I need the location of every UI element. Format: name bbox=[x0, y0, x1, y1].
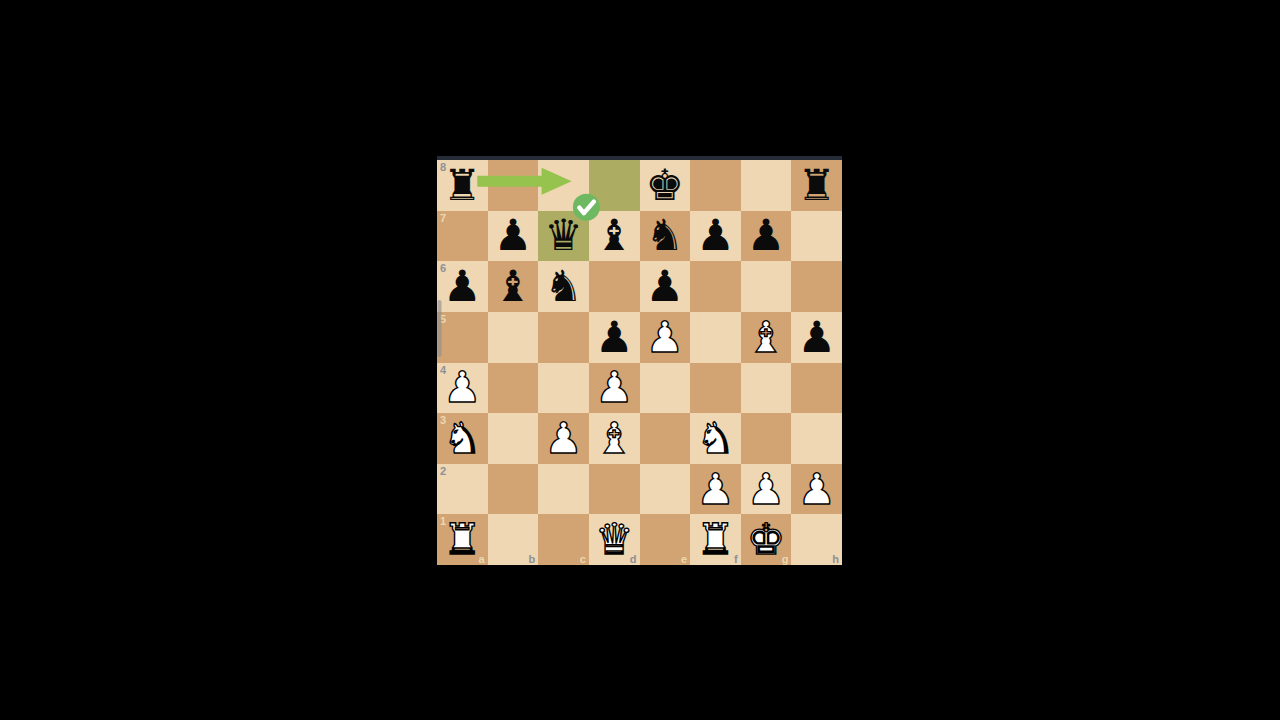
piece-black-pawn[interactable]: ♟ bbox=[488, 211, 539, 262]
square-c6[interactable]: ♞ bbox=[538, 261, 589, 312]
square-e1[interactable]: e bbox=[640, 514, 691, 565]
piece-white-bishop[interactable]: ♝ bbox=[741, 312, 792, 363]
piece-white-pawn[interactable]: ♟ bbox=[589, 363, 640, 414]
square-b4[interactable] bbox=[488, 363, 539, 414]
square-f2[interactable]: ♟ bbox=[690, 464, 741, 515]
piece-white-pawn[interactable]: ♟ bbox=[690, 464, 741, 515]
piece-black-pawn[interactable]: ♟ bbox=[791, 312, 842, 363]
piece-black-knight[interactable]: ♞ bbox=[538, 261, 589, 312]
square-f6[interactable] bbox=[690, 261, 741, 312]
square-b8[interactable] bbox=[488, 160, 539, 211]
square-a4[interactable]: 4♟ bbox=[437, 363, 488, 414]
square-d4[interactable]: ♟ bbox=[589, 363, 640, 414]
file-label-c: c bbox=[580, 553, 586, 565]
piece-black-rook[interactable]: ♜ bbox=[791, 160, 842, 211]
file-label-b: b bbox=[529, 553, 536, 565]
square-c8[interactable] bbox=[538, 160, 589, 211]
square-f5[interactable] bbox=[690, 312, 741, 363]
piece-white-king[interactable]: ♚ bbox=[741, 514, 792, 565]
piece-white-pawn[interactable]: ♟ bbox=[741, 464, 792, 515]
square-a6[interactable]: 6♟ bbox=[437, 261, 488, 312]
square-h7[interactable] bbox=[791, 211, 842, 262]
square-a3[interactable]: 3♞ bbox=[437, 413, 488, 464]
square-g3[interactable] bbox=[741, 413, 792, 464]
piece-white-pawn[interactable]: ♟ bbox=[538, 413, 589, 464]
square-h4[interactable] bbox=[791, 363, 842, 414]
square-c2[interactable] bbox=[538, 464, 589, 515]
piece-white-pawn[interactable]: ♟ bbox=[437, 363, 488, 414]
square-e4[interactable] bbox=[640, 363, 691, 414]
square-h6[interactable] bbox=[791, 261, 842, 312]
square-e2[interactable] bbox=[640, 464, 691, 515]
square-b6[interactable]: ♝ bbox=[488, 261, 539, 312]
square-h8[interactable]: ♜ bbox=[791, 160, 842, 211]
square-d7[interactable]: ♝ bbox=[589, 211, 640, 262]
square-b7[interactable]: ♟ bbox=[488, 211, 539, 262]
piece-white-pawn[interactable]: ♟ bbox=[640, 312, 691, 363]
piece-white-pawn[interactable]: ♟ bbox=[791, 464, 842, 515]
square-e3[interactable] bbox=[640, 413, 691, 464]
square-a7[interactable]: 7 bbox=[437, 211, 488, 262]
square-a1[interactable]: 1a♜ bbox=[437, 514, 488, 565]
piece-black-pawn[interactable]: ♟ bbox=[640, 261, 691, 312]
square-d6[interactable] bbox=[589, 261, 640, 312]
square-c4[interactable] bbox=[538, 363, 589, 414]
square-c5[interactable] bbox=[538, 312, 589, 363]
square-h3[interactable] bbox=[791, 413, 842, 464]
piece-white-rook[interactable]: ♜ bbox=[690, 514, 741, 565]
rank-label-2: 2 bbox=[440, 465, 446, 477]
square-e7[interactable]: ♞ bbox=[640, 211, 691, 262]
square-c7[interactable]: ♛ bbox=[538, 211, 589, 262]
chess-board[interactable]: 8♜♚♜7♟♛♝♞♟♟6♟♝♞♟5♟♟♝♟4♟♟3♞♟♝♞2♟♟♟1a♜bcd♛… bbox=[437, 160, 842, 565]
square-d2[interactable] bbox=[589, 464, 640, 515]
square-f3[interactable]: ♞ bbox=[690, 413, 741, 464]
square-h1[interactable]: h bbox=[791, 514, 842, 565]
square-a5[interactable]: 5 bbox=[437, 312, 488, 363]
piece-black-knight[interactable]: ♞ bbox=[640, 211, 691, 262]
square-g8[interactable] bbox=[741, 160, 792, 211]
square-e5[interactable]: ♟ bbox=[640, 312, 691, 363]
square-d5[interactable]: ♟ bbox=[589, 312, 640, 363]
square-f7[interactable]: ♟ bbox=[690, 211, 741, 262]
square-g1[interactable]: g♚ bbox=[741, 514, 792, 565]
square-c1[interactable]: c bbox=[538, 514, 589, 565]
square-e8[interactable]: ♚ bbox=[640, 160, 691, 211]
square-b1[interactable]: b bbox=[488, 514, 539, 565]
file-label-e: e bbox=[681, 553, 687, 565]
board-container: 8♜♚♜7♟♛♝♞♟♟6♟♝♞♟5♟♟♝♟4♟♟3♞♟♝♞2♟♟♟1a♜bcd♛… bbox=[437, 156, 842, 565]
square-b5[interactable] bbox=[488, 312, 539, 363]
piece-black-rook[interactable]: ♜ bbox=[437, 160, 488, 211]
square-f1[interactable]: f♜ bbox=[690, 514, 741, 565]
square-b3[interactable] bbox=[488, 413, 539, 464]
piece-black-pawn[interactable]: ♟ bbox=[589, 312, 640, 363]
square-d1[interactable]: d♛ bbox=[589, 514, 640, 565]
piece-black-pawn[interactable]: ♟ bbox=[437, 261, 488, 312]
square-g5[interactable]: ♝ bbox=[741, 312, 792, 363]
piece-white-knight[interactable]: ♞ bbox=[437, 413, 488, 464]
square-c3[interactable]: ♟ bbox=[538, 413, 589, 464]
square-h2[interactable]: ♟ bbox=[791, 464, 842, 515]
square-g7[interactable]: ♟ bbox=[741, 211, 792, 262]
piece-black-queen[interactable]: ♛ bbox=[538, 211, 589, 262]
square-f8[interactable] bbox=[690, 160, 741, 211]
rank-label-5: 5 bbox=[440, 313, 446, 325]
piece-black-king[interactable]: ♚ bbox=[640, 160, 691, 211]
piece-white-knight[interactable]: ♞ bbox=[690, 413, 741, 464]
piece-white-rook[interactable]: ♜ bbox=[437, 514, 488, 565]
square-d8[interactable] bbox=[589, 160, 640, 211]
square-d3[interactable]: ♝ bbox=[589, 413, 640, 464]
piece-white-queen[interactable]: ♛ bbox=[589, 514, 640, 565]
rank-label-7: 7 bbox=[440, 212, 446, 224]
piece-black-pawn[interactable]: ♟ bbox=[741, 211, 792, 262]
square-g6[interactable] bbox=[741, 261, 792, 312]
square-g4[interactable] bbox=[741, 363, 792, 414]
piece-white-bishop[interactable]: ♝ bbox=[589, 413, 640, 464]
file-label-h: h bbox=[832, 553, 839, 565]
square-e6[interactable]: ♟ bbox=[640, 261, 691, 312]
piece-black-bishop[interactable]: ♝ bbox=[589, 211, 640, 262]
piece-black-pawn[interactable]: ♟ bbox=[690, 211, 741, 262]
square-f4[interactable] bbox=[690, 363, 741, 414]
piece-black-bishop[interactable]: ♝ bbox=[488, 261, 539, 312]
square-a8[interactable]: 8♜ bbox=[437, 160, 488, 211]
square-g2[interactable]: ♟ bbox=[741, 464, 792, 515]
square-a2[interactable]: 2 bbox=[437, 464, 488, 515]
square-b2[interactable] bbox=[488, 464, 539, 515]
page-background: { "game": "chess", "app": { "background_… bbox=[0, 0, 1280, 720]
square-h5[interactable]: ♟ bbox=[791, 312, 842, 363]
